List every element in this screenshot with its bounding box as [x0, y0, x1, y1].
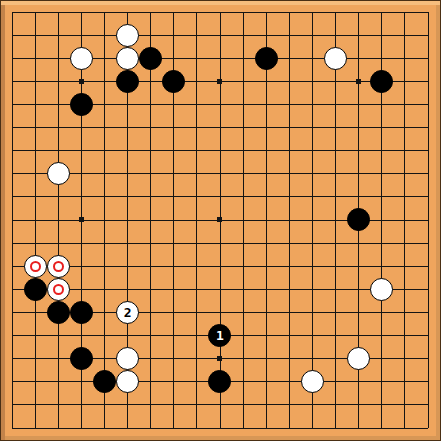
- white-stone: [47, 255, 70, 278]
- white-stone: [47, 162, 70, 185]
- star-point: [217, 217, 222, 222]
- move-number-label: 1: [216, 329, 224, 342]
- white-stone: [116, 24, 139, 47]
- black-stone: [70, 347, 93, 370]
- red-circle-marker: [30, 261, 41, 272]
- star-point: [79, 79, 84, 84]
- black-stone: [370, 70, 393, 93]
- red-circle-marker: [53, 261, 64, 272]
- star-point: [79, 217, 84, 222]
- board-grid: 21: [0, 0, 439, 439]
- black-stone: [139, 47, 162, 70]
- star-point: [217, 79, 222, 84]
- white-stone: [116, 370, 139, 393]
- white-stone: [70, 47, 93, 70]
- black-stone: [162, 70, 185, 93]
- go-board: 21: [0, 0, 441, 441]
- white-stone: [116, 47, 139, 70]
- white-stone: [24, 255, 47, 278]
- black-stone: [70, 301, 93, 324]
- white-stone: [116, 347, 139, 370]
- move-number-label: 2: [124, 305, 132, 318]
- white-stone: [347, 347, 370, 370]
- black-stone: [255, 47, 278, 70]
- star-point: [217, 356, 222, 361]
- black-stone: [208, 370, 231, 393]
- white-stone: 2: [116, 301, 139, 324]
- black-stone: [70, 93, 93, 116]
- black-stone: [116, 70, 139, 93]
- red-circle-marker: [53, 284, 64, 295]
- white-stone: [370, 278, 393, 301]
- white-stone: [301, 370, 324, 393]
- white-stone: [47, 278, 70, 301]
- black-stone: [24, 278, 47, 301]
- black-stone: [47, 301, 70, 324]
- black-stone: 1: [208, 324, 231, 347]
- black-stone: [93, 370, 116, 393]
- black-stone: [347, 208, 370, 231]
- star-point: [356, 79, 361, 84]
- white-stone: [324, 47, 347, 70]
